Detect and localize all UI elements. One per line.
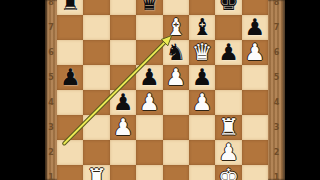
square-e7[interactable]: ♝	[163, 15, 189, 40]
rank-label-left-8: 8	[45, 0, 57, 15]
square-d7[interactable]	[136, 15, 162, 40]
piece-black-pawn-h7[interactable]: ♟	[242, 15, 268, 40]
square-g5[interactable]	[215, 65, 241, 90]
square-h8[interactable]	[242, 0, 268, 15]
square-c8[interactable]	[110, 0, 136, 15]
square-e1[interactable]	[163, 165, 189, 180]
piece-black-king-g8[interactable]: ♚	[215, 0, 241, 15]
square-c2[interactable]	[110, 140, 136, 165]
square-d8[interactable]: ♛	[136, 0, 162, 15]
square-a1[interactable]	[57, 165, 83, 180]
piece-black-pawn-f5[interactable]: ♟	[189, 65, 215, 90]
piece-black-bishop-f7[interactable]: ♝	[189, 15, 215, 40]
rank-label-left-2: 2	[45, 140, 57, 165]
rank-label-left-3: 3	[45, 115, 57, 140]
piece-white-pawn-d4[interactable]: ♟	[136, 90, 162, 115]
rank-label-right-2: 2	[268, 140, 285, 165]
piece-white-pawn-c3[interactable]: ♟	[110, 115, 136, 140]
square-d5[interactable]: ♟	[136, 65, 162, 90]
piece-black-pawn-c4[interactable]: ♟	[110, 90, 136, 115]
piece-black-rook-a8[interactable]: ♜	[57, 0, 83, 15]
rank-label-right-7: 7	[268, 15, 285, 40]
square-d2[interactable]	[136, 140, 162, 165]
square-h5[interactable]	[242, 65, 268, 90]
piece-white-pawn-g2[interactable]: ♟	[215, 140, 241, 165]
square-c7[interactable]	[110, 15, 136, 40]
square-e8[interactable]	[163, 0, 189, 15]
square-a8[interactable]: ♜	[57, 0, 83, 15]
rank-label-left-7: 7	[45, 15, 57, 40]
square-d1[interactable]	[136, 165, 162, 180]
chess-board-frame: ♜♛♚♝♝♟♞♛♟♟♟♟♟♟♟♟♟♟♜♟♜♚ 8877665544332211	[45, 0, 285, 180]
square-h4[interactable]	[242, 90, 268, 115]
square-f1[interactable]	[189, 165, 215, 180]
square-e6[interactable]: ♞	[163, 40, 189, 65]
square-b4[interactable]	[83, 90, 109, 115]
square-e5[interactable]: ♟	[163, 65, 189, 90]
rank-label-right-6: 6	[268, 40, 285, 65]
square-c1[interactable]	[110, 165, 136, 180]
square-g3[interactable]: ♜	[215, 115, 241, 140]
chess-board[interactable]: ♜♛♚♝♝♟♞♛♟♟♟♟♟♟♟♟♟♟♜♟♜♚	[57, 0, 268, 180]
piece-white-pawn-f4[interactable]: ♟	[189, 90, 215, 115]
piece-black-pawn-g6[interactable]: ♟	[215, 40, 241, 65]
piece-white-pawn-h6[interactable]: ♟	[242, 40, 268, 65]
square-f2[interactable]	[189, 140, 215, 165]
square-e3[interactable]	[163, 115, 189, 140]
square-a4[interactable]	[57, 90, 83, 115]
rank-label-right-1: 1	[268, 165, 285, 180]
square-a3[interactable]	[57, 115, 83, 140]
rank-label-left-6: 6	[45, 40, 57, 65]
square-f6[interactable]: ♛	[189, 40, 215, 65]
square-c4[interactable]: ♟	[110, 90, 136, 115]
rank-label-right-8: 8	[268, 0, 285, 15]
piece-black-pawn-a5[interactable]: ♟	[57, 65, 83, 90]
square-d6[interactable]	[136, 40, 162, 65]
screenshot-stage: ♜♛♚♝♝♟♞♛♟♟♟♟♟♟♟♟♟♟♜♟♜♚ 8877665544332211	[0, 0, 320, 180]
rank-label-left-5: 5	[45, 65, 57, 90]
rank-label-right-4: 4	[268, 90, 285, 115]
square-g7[interactable]	[215, 15, 241, 40]
square-e2[interactable]	[163, 140, 189, 165]
piece-white-pawn-e5[interactable]: ♟	[163, 65, 189, 90]
square-f4[interactable]: ♟	[189, 90, 215, 115]
square-h3[interactable]	[242, 115, 268, 140]
square-g2[interactable]: ♟	[215, 140, 241, 165]
piece-black-queen-d8[interactable]: ♛	[136, 0, 162, 15]
square-f3[interactable]	[189, 115, 215, 140]
piece-black-pawn-d5[interactable]: ♟	[136, 65, 162, 90]
square-h7[interactable]: ♟	[242, 15, 268, 40]
piece-white-king-g1[interactable]: ♚	[215, 165, 241, 180]
rank-label-left-4: 4	[45, 90, 57, 115]
square-b1[interactable]: ♜	[83, 165, 109, 180]
piece-white-rook-g3[interactable]: ♜	[215, 115, 241, 140]
square-g6[interactable]: ♟	[215, 40, 241, 65]
square-b5[interactable]	[83, 65, 109, 90]
square-a2[interactable]	[57, 140, 83, 165]
square-c3[interactable]: ♟	[110, 115, 136, 140]
square-b2[interactable]	[83, 140, 109, 165]
square-d4[interactable]: ♟	[136, 90, 162, 115]
square-c5[interactable]	[110, 65, 136, 90]
rank-label-left-1: 1	[45, 165, 57, 180]
square-h6[interactable]: ♟	[242, 40, 268, 65]
piece-white-rook-b1[interactable]: ♜	[83, 165, 109, 180]
square-f7[interactable]: ♝	[189, 15, 215, 40]
square-b7[interactable]	[83, 15, 109, 40]
rank-label-right-5: 5	[268, 65, 285, 90]
square-c6[interactable]	[110, 40, 136, 65]
piece-white-queen-f6[interactable]: ♛	[189, 40, 215, 65]
square-b8[interactable]	[83, 0, 109, 15]
square-e4[interactable]	[163, 90, 189, 115]
rank-label-right-3: 3	[268, 115, 285, 140]
piece-black-knight-e6[interactable]: ♞	[163, 40, 189, 65]
square-g1[interactable]: ♚	[215, 165, 241, 180]
square-d3[interactable]	[136, 115, 162, 140]
square-b6[interactable]	[83, 40, 109, 65]
square-f8[interactable]	[189, 0, 215, 15]
square-g8[interactable]: ♚	[215, 0, 241, 15]
square-b3[interactable]	[83, 115, 109, 140]
square-a5[interactable]: ♟	[57, 65, 83, 90]
piece-white-bishop-e7[interactable]: ♝	[163, 15, 189, 40]
square-h2[interactable]	[242, 140, 268, 165]
square-g4[interactable]	[215, 90, 241, 115]
square-h1[interactable]	[242, 165, 268, 180]
square-f5[interactable]: ♟	[189, 65, 215, 90]
square-a7[interactable]	[57, 15, 83, 40]
square-a6[interactable]	[57, 40, 83, 65]
